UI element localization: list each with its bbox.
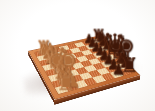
chess-set-photo: ♜♟♟♜♞♟♟♞♝♟♟♝♛♟♟♛♚♟♟♚♝♟♟♝♞♟♟♞♜♟♟♜ — [0, 0, 155, 111]
camera-perspective: ♜♟♟♜♞♟♟♞♝♟♟♝♛♟♟♛♚♟♟♚♝♟♟♝♞♟♟♞♜♟♟♜ — [38, 20, 123, 105]
piece-white-rook: ♜ — [56, 71, 67, 93]
chess-board: ♜♟♟♜♞♟♟♞♝♟♟♝♛♟♟♛♚♟♟♚♝♟♟♝♞♟♟♞♜♟♟♜ — [28, 36, 140, 100]
piece-black-pawn: ♟ — [112, 62, 122, 77]
square-h1: ♜ — [55, 85, 69, 94]
